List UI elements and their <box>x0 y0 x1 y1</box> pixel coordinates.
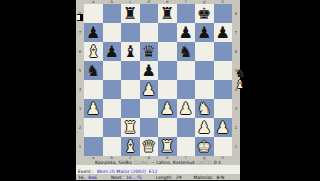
captured-white-bishop-icon: ♝ <box>233 79 247 90</box>
black-king[interactable]: ♚ <box>197 4 211 23</box>
next-move[interactable]: 16... f5 <box>126 176 142 181</box>
white-rook[interactable]: ♜ <box>123 118 137 137</box>
square-c6[interactable]: ♝ <box>121 42 140 61</box>
white-rook[interactable]: ♜ <box>160 137 174 156</box>
square-d3[interactable] <box>140 99 159 118</box>
square-b3[interactable] <box>103 99 122 118</box>
white-pawn[interactable]: ♟ <box>197 118 211 137</box>
white-pawn[interactable]: ♟ <box>86 99 100 118</box>
right-black-bar <box>240 0 320 180</box>
square-g2[interactable]: ♟ <box>195 118 214 137</box>
square-e3[interactable]: ♟ <box>158 99 177 118</box>
square-f2[interactable] <box>177 118 196 137</box>
square-c7[interactable] <box>121 23 140 42</box>
black-knight[interactable]: ♞ <box>179 42 193 61</box>
square-g7[interactable]: ♟ <box>195 23 214 42</box>
coord-label: 7 <box>76 23 84 42</box>
square-e4[interactable] <box>158 80 177 99</box>
white-knight[interactable]: ♞ <box>197 99 211 118</box>
square-b7[interactable] <box>103 23 122 42</box>
coord-label: 6 <box>76 42 84 61</box>
current-move[interactable]: Ba6 <box>88 176 97 181</box>
black-pawn[interactable]: ♟ <box>86 23 100 42</box>
square-a7[interactable]: ♟ <box>84 23 103 42</box>
square-d4[interactable]: ♟ <box>140 80 159 99</box>
square-h2[interactable]: ♟ <box>214 118 233 137</box>
square-a3[interactable]: ♟ <box>84 99 103 118</box>
board-marker-icon <box>77 14 83 21</box>
square-f4[interactable] <box>177 80 196 99</box>
square-c3[interactable] <box>121 99 140 118</box>
coord-label: 1 <box>232 137 240 156</box>
black-pawn[interactable]: ♟ <box>105 42 119 61</box>
black-pawn[interactable]: ♟ <box>142 61 156 80</box>
black-pawn[interactable]: ♟ <box>216 23 230 42</box>
white-bishop[interactable]: ♝ <box>86 42 100 61</box>
black-pawn[interactable]: ♟ <box>179 23 193 42</box>
square-c2[interactable]: ♜ <box>121 118 140 137</box>
coord-label: 3 <box>232 99 240 118</box>
coord-label: 7 <box>232 23 240 42</box>
coord-label: 1 <box>76 137 84 156</box>
left-black-bar <box>0 0 76 180</box>
white-pawn[interactable]: ♟ <box>160 99 174 118</box>
square-g6[interactable] <box>195 42 214 61</box>
square-b5[interactable] <box>103 61 122 80</box>
square-h1[interactable] <box>214 137 233 156</box>
length-value: 29 <box>176 176 182 181</box>
square-g3[interactable]: ♞ <box>195 99 214 118</box>
square-f8[interactable] <box>177 4 196 23</box>
black-pawn[interactable]: ♟ <box>197 23 211 42</box>
white-king[interactable]: ♚ <box>197 137 211 156</box>
square-c8[interactable]: ♜ <box>121 4 140 23</box>
square-h3[interactable] <box>214 99 233 118</box>
next-label: Next: <box>111 176 123 181</box>
game-info-panel: Kavutska, Sedko (2246) -- Lahno, Kosteni… <box>76 161 240 180</box>
square-d1[interactable]: ♛ <box>140 137 159 156</box>
material-label: Material: <box>194 176 214 181</box>
square-g1[interactable]: ♚ <box>195 137 214 156</box>
square-d5[interactable]: ♟ <box>140 61 159 80</box>
coord-label: 2 <box>232 118 240 137</box>
coord-label: 6 <box>232 42 240 61</box>
square-b6[interactable]: ♟ <box>103 42 122 61</box>
chess-board[interactable]: ♜♜♚♟♟♟♟♝♟♝♛♞♞♟♟♟♟♟♞♜♟♟♝♛♜♚ <box>84 4 232 156</box>
event-link[interactable]: Wom ch Mainz (2002) <box>97 170 146 175</box>
square-d7[interactable] <box>140 23 159 42</box>
coord-label: 3 <box>76 99 84 118</box>
coord-label: 5 <box>76 61 84 80</box>
white-pawn[interactable]: ♟ <box>216 118 230 137</box>
square-a1[interactable] <box>84 137 103 156</box>
black-queen[interactable]: ♛ <box>142 42 156 61</box>
coord-label: 8 <box>232 4 240 23</box>
square-b4[interactable] <box>103 80 122 99</box>
square-e7[interactable] <box>158 23 177 42</box>
black-rook[interactable]: ♜ <box>160 4 174 23</box>
move-line: 16. Ba6 Next: 16... f5 Length: 29 Materi… <box>76 176 240 181</box>
square-h4[interactable] <box>214 80 233 99</box>
white-pawn[interactable]: ♟ <box>142 80 156 99</box>
square-g8[interactable]: ♚ <box>195 4 214 23</box>
square-c4[interactable] <box>121 80 140 99</box>
material-tray: ♞ ♝ <box>233 68 247 90</box>
square-c1[interactable]: ♝ <box>121 137 140 156</box>
move-number: 16. <box>78 176 85 181</box>
coord-label: 2 <box>76 118 84 137</box>
square-d2[interactable] <box>140 118 159 137</box>
square-h5[interactable] <box>214 61 233 80</box>
white-queen[interactable]: ♛ <box>142 137 156 156</box>
square-e1[interactable]: ♜ <box>158 137 177 156</box>
square-e8[interactable]: ♜ <box>158 4 177 23</box>
square-c5[interactable] <box>121 61 140 80</box>
white-pawn[interactable]: ♟ <box>179 99 193 118</box>
square-h7[interactable]: ♟ <box>214 23 233 42</box>
square-a8[interactable] <box>84 4 103 23</box>
square-f7[interactable]: ♟ <box>177 23 196 42</box>
square-d8[interactable] <box>140 4 159 23</box>
square-g5[interactable] <box>195 61 214 80</box>
event-label: Event : <box>78 170 94 175</box>
square-f1[interactable] <box>177 137 196 156</box>
square-e2[interactable] <box>158 118 177 137</box>
square-b2[interactable] <box>103 118 122 137</box>
square-a4[interactable] <box>84 80 103 99</box>
square-b1[interactable] <box>103 137 122 156</box>
black-knight[interactable]: ♞ <box>86 61 100 80</box>
event-line: Event : Wom ch Mainz (2002) E12 <box>76 170 240 175</box>
square-h8[interactable] <box>214 4 233 23</box>
eco-code[interactable]: E12 <box>149 170 158 175</box>
white-bishop[interactable]: ♝ <box>123 137 137 156</box>
square-a6[interactable]: ♝ <box>84 42 103 61</box>
length-label: Length: <box>156 176 173 181</box>
black-bishop[interactable]: ♝ <box>123 42 137 61</box>
black-rook[interactable]: ♜ <box>123 4 137 23</box>
coord-label: 4 <box>76 80 84 99</box>
square-f6[interactable]: ♞ <box>177 42 196 61</box>
square-d6[interactable]: ♛ <box>140 42 159 61</box>
material-value: B-N <box>216 176 224 181</box>
square-f3[interactable]: ♟ <box>177 99 196 118</box>
chess-app-window: abcdefgh 87654321 87654321 ♜♜♚♟♟♟♟♝♟♝♛♞♞… <box>76 0 240 180</box>
rank-labels-left: 87654321 <box>76 4 84 156</box>
square-e6[interactable] <box>158 42 177 61</box>
square-a5[interactable]: ♞ <box>84 61 103 80</box>
square-a2[interactable] <box>84 118 103 137</box>
square-b8[interactable] <box>103 4 122 23</box>
square-f5[interactable] <box>177 61 196 80</box>
square-h6[interactable] <box>214 42 233 61</box>
square-e5[interactable] <box>158 61 177 80</box>
square-g4[interactable] <box>195 80 214 99</box>
